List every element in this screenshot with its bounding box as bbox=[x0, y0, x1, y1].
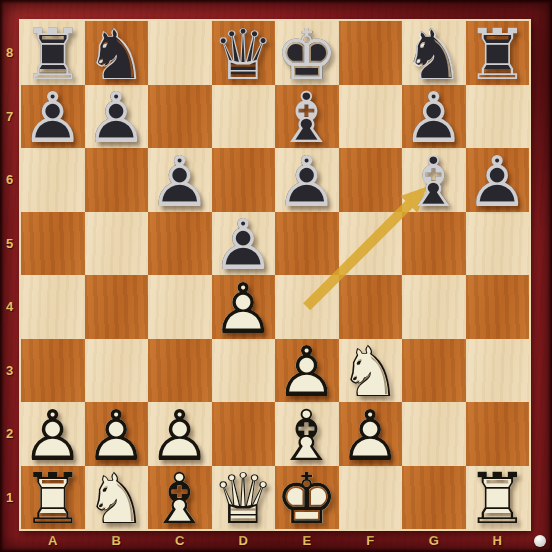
piece-glyph-fill: ♜ bbox=[21, 468, 85, 532]
rank-label-6: 6 bbox=[0, 148, 19, 212]
piece-black-king-e8[interactable]: ♚♔ bbox=[275, 21, 339, 85]
piece-glyph-fill: ♟ bbox=[275, 341, 339, 405]
piece-glyph-detail: ♙ bbox=[212, 277, 276, 341]
piece-glyph-fill: ♞ bbox=[402, 23, 466, 87]
piece-glyph-detail: ♖ bbox=[466, 23, 530, 87]
piece-glyph-detail: ♗ bbox=[402, 150, 466, 214]
square-c3[interactable] bbox=[148, 339, 212, 403]
piece-glyph-detail: ♕ bbox=[212, 468, 276, 532]
piece-black-pawn-a7[interactable]: ♟♙ bbox=[21, 85, 85, 149]
piece-glyph-fill: ♟ bbox=[275, 150, 339, 214]
piece-glyph-detail: ♙ bbox=[275, 150, 339, 214]
piece-glyph-detail: ♙ bbox=[148, 404, 212, 468]
rank-label-4: 4 bbox=[0, 275, 19, 339]
piece-glyph-fill: ♟ bbox=[85, 404, 149, 468]
square-e1[interactable]: ♚♔ bbox=[275, 466, 339, 530]
piece-glyph-detail: ♙ bbox=[339, 404, 403, 468]
square-c1[interactable]: ♝♗ bbox=[148, 466, 212, 530]
chess-diagram: 87654321 ABCDEFGH ♜♖♞♘♛♕♚♔♞♘♜♖♟♙♟♙♝♗♟♙♟♙… bbox=[0, 0, 552, 552]
rank-label-5: 5 bbox=[0, 212, 19, 276]
rank-label-3: 3 bbox=[0, 339, 19, 403]
square-c7[interactable] bbox=[148, 85, 212, 149]
piece-glyph-detail: ♗ bbox=[275, 404, 339, 468]
square-d4[interactable]: ♟♙ bbox=[212, 275, 276, 339]
piece-glyph-detail: ♙ bbox=[85, 404, 149, 468]
square-h7[interactable] bbox=[466, 85, 530, 149]
rank-label-8: 8 bbox=[0, 21, 19, 85]
file-label-a: A bbox=[21, 529, 85, 552]
square-g3[interactable] bbox=[402, 339, 466, 403]
piece-white-knight-f3[interactable]: ♞♘ bbox=[339, 339, 403, 403]
piece-glyph-detail: ♙ bbox=[21, 87, 85, 151]
square-b3[interactable] bbox=[85, 339, 149, 403]
square-b4[interactable] bbox=[85, 275, 149, 339]
square-c4[interactable] bbox=[148, 275, 212, 339]
square-g7[interactable]: ♟♙ bbox=[402, 85, 466, 149]
piece-white-king-e1[interactable]: ♚♔ bbox=[275, 466, 339, 530]
piece-glyph-detail: ♙ bbox=[275, 341, 339, 405]
square-e6[interactable]: ♟♙ bbox=[275, 148, 339, 212]
file-label-b: B bbox=[85, 529, 149, 552]
file-label-g: G bbox=[402, 529, 466, 552]
piece-glyph-detail: ♖ bbox=[21, 468, 85, 532]
square-e8[interactable]: ♚♔ bbox=[275, 21, 339, 85]
piece-white-pawn-f2[interactable]: ♟♙ bbox=[339, 402, 403, 466]
file-label-f: F bbox=[339, 529, 403, 552]
piece-glyph-fill: ♚ bbox=[275, 23, 339, 87]
square-a5[interactable] bbox=[21, 212, 85, 276]
piece-glyph-detail: ♙ bbox=[148, 150, 212, 214]
piece-glyph-detail: ♙ bbox=[21, 404, 85, 468]
file-label-c: C bbox=[148, 529, 212, 552]
file-label-h: H bbox=[466, 529, 530, 552]
piece-glyph-fill: ♟ bbox=[21, 87, 85, 151]
piece-glyph-fill: ♟ bbox=[212, 277, 276, 341]
square-f5[interactable] bbox=[339, 212, 403, 276]
square-e3[interactable]: ♟♙ bbox=[275, 339, 339, 403]
file-labels: ABCDEFGH bbox=[21, 529, 529, 552]
rank-labels: 87654321 bbox=[0, 21, 19, 529]
piece-white-queen-d1[interactable]: ♛♕ bbox=[212, 466, 276, 530]
square-a6[interactable] bbox=[21, 148, 85, 212]
square-b1[interactable]: ♞♘ bbox=[85, 466, 149, 530]
piece-glyph-fill: ♜ bbox=[466, 468, 530, 532]
piece-white-bishop-c1[interactable]: ♝♗ bbox=[148, 466, 212, 530]
square-a4[interactable] bbox=[21, 275, 85, 339]
square-g5[interactable] bbox=[402, 212, 466, 276]
square-f7[interactable] bbox=[339, 85, 403, 149]
piece-black-pawn-e6[interactable]: ♟♙ bbox=[275, 148, 339, 212]
piece-glyph-detail: ♙ bbox=[402, 87, 466, 151]
piece-glyph-fill: ♛ bbox=[212, 23, 276, 87]
square-f2[interactable]: ♟♙ bbox=[339, 402, 403, 466]
piece-white-pawn-e3[interactable]: ♟♙ bbox=[275, 339, 339, 403]
piece-glyph-fill: ♟ bbox=[85, 87, 149, 151]
square-d3[interactable] bbox=[212, 339, 276, 403]
square-g8[interactable]: ♞♘ bbox=[402, 21, 466, 85]
board-resize-handle[interactable] bbox=[534, 535, 546, 547]
piece-white-knight-b1[interactable]: ♞♘ bbox=[85, 466, 149, 530]
square-d1[interactable]: ♛♕ bbox=[212, 466, 276, 530]
square-e5[interactable] bbox=[275, 212, 339, 276]
piece-black-knight-b8[interactable]: ♞♘ bbox=[85, 21, 149, 85]
piece-glyph-fill: ♟ bbox=[148, 150, 212, 214]
chess-board[interactable]: ♜♖♞♘♛♕♚♔♞♘♜♖♟♙♟♙♝♗♟♙♟♙♟♙♝♗♟♙♟♙♟♙♟♙♞♘♟♙♟♙… bbox=[19, 19, 531, 531]
square-e2[interactable]: ♝♗ bbox=[275, 402, 339, 466]
piece-glyph-fill: ♟ bbox=[212, 214, 276, 278]
square-h3[interactable] bbox=[466, 339, 530, 403]
square-g6[interactable]: ♝♗ bbox=[402, 148, 466, 212]
piece-black-pawn-g7[interactable]: ♟♙ bbox=[402, 85, 466, 149]
square-g1[interactable] bbox=[402, 466, 466, 530]
square-d8[interactable]: ♛♕ bbox=[212, 21, 276, 85]
piece-glyph-fill: ♚ bbox=[275, 468, 339, 532]
piece-glyph-fill: ♝ bbox=[148, 468, 212, 532]
square-a3[interactable] bbox=[21, 339, 85, 403]
piece-glyph-fill: ♟ bbox=[339, 404, 403, 468]
piece-white-rook-a1[interactable]: ♜♖ bbox=[21, 466, 85, 530]
rank-label-2: 2 bbox=[0, 402, 19, 466]
square-a1[interactable]: ♜♖ bbox=[21, 466, 85, 530]
piece-glyph-fill: ♝ bbox=[275, 87, 339, 151]
square-d2[interactable] bbox=[212, 402, 276, 466]
piece-glyph-detail: ♖ bbox=[466, 468, 530, 532]
square-f4[interactable] bbox=[339, 275, 403, 339]
piece-glyph-detail: ♙ bbox=[85, 87, 149, 151]
square-a2[interactable]: ♟♙ bbox=[21, 402, 85, 466]
square-e7[interactable]: ♝♗ bbox=[275, 85, 339, 149]
piece-white-pawn-c2[interactable]: ♟♙ bbox=[148, 402, 212, 466]
piece-black-queen-d8[interactable]: ♛♕ bbox=[212, 21, 276, 85]
square-h6[interactable]: ♟♙ bbox=[466, 148, 530, 212]
square-e4[interactable] bbox=[275, 275, 339, 339]
square-d7[interactable] bbox=[212, 85, 276, 149]
square-h4[interactable] bbox=[466, 275, 530, 339]
piece-black-pawn-b7[interactable]: ♟♙ bbox=[85, 85, 149, 149]
piece-glyph-fill: ♝ bbox=[275, 404, 339, 468]
piece-glyph-detail: ♖ bbox=[21, 23, 85, 87]
square-a7[interactable]: ♟♙ bbox=[21, 85, 85, 149]
square-f1[interactable] bbox=[339, 466, 403, 530]
piece-white-pawn-a2[interactable]: ♟♙ bbox=[21, 402, 85, 466]
piece-glyph-detail: ♔ bbox=[275, 468, 339, 532]
square-c8[interactable] bbox=[148, 21, 212, 85]
square-g4[interactable] bbox=[402, 275, 466, 339]
piece-white-bishop-e2[interactable]: ♝♗ bbox=[275, 402, 339, 466]
piece-white-rook-h1[interactable]: ♜♖ bbox=[466, 466, 530, 530]
piece-glyph-fill: ♛ bbox=[212, 468, 276, 532]
piece-black-pawn-c6[interactable]: ♟♙ bbox=[148, 148, 212, 212]
piece-white-pawn-d4[interactable]: ♟♙ bbox=[212, 275, 276, 339]
piece-glyph-detail: ♘ bbox=[402, 23, 466, 87]
square-c2[interactable]: ♟♙ bbox=[148, 402, 212, 466]
piece-glyph-fill: ♞ bbox=[339, 341, 403, 405]
square-a8[interactable]: ♜♖ bbox=[21, 21, 85, 85]
square-f3[interactable]: ♞♘ bbox=[339, 339, 403, 403]
piece-black-rook-a8[interactable]: ♜♖ bbox=[21, 21, 85, 85]
piece-glyph-detail: ♗ bbox=[275, 87, 339, 151]
square-b6[interactable] bbox=[85, 148, 149, 212]
square-h8[interactable]: ♜♖ bbox=[466, 21, 530, 85]
piece-black-bishop-e7[interactable]: ♝♗ bbox=[275, 85, 339, 149]
piece-white-pawn-b2[interactable]: ♟♙ bbox=[85, 402, 149, 466]
piece-glyph-fill: ♞ bbox=[85, 468, 149, 532]
square-h1[interactable]: ♜♖ bbox=[466, 466, 530, 530]
piece-glyph-fill: ♟ bbox=[21, 404, 85, 468]
square-b5[interactable] bbox=[85, 212, 149, 276]
square-g2[interactable] bbox=[402, 402, 466, 466]
square-b8[interactable]: ♞♘ bbox=[85, 21, 149, 85]
square-d6[interactable] bbox=[212, 148, 276, 212]
piece-glyph-fill: ♟ bbox=[402, 87, 466, 151]
square-h2[interactable] bbox=[466, 402, 530, 466]
piece-glyph-fill: ♝ bbox=[402, 150, 466, 214]
square-c5[interactable] bbox=[148, 212, 212, 276]
piece-glyph-detail: ♔ bbox=[275, 23, 339, 87]
piece-black-pawn-h6[interactable]: ♟♙ bbox=[466, 148, 530, 212]
piece-black-pawn-d5[interactable]: ♟♙ bbox=[212, 212, 276, 276]
square-c6[interactable]: ♟♙ bbox=[148, 148, 212, 212]
square-d5[interactable]: ♟♙ bbox=[212, 212, 276, 276]
piece-black-rook-h8[interactable]: ♜♖ bbox=[466, 21, 530, 85]
piece-glyph-detail: ♕ bbox=[212, 23, 276, 87]
file-label-e: E bbox=[275, 529, 339, 552]
piece-glyph-detail: ♙ bbox=[212, 214, 276, 278]
piece-glyph-fill: ♞ bbox=[85, 23, 149, 87]
piece-glyph-fill: ♜ bbox=[21, 23, 85, 87]
piece-glyph-detail: ♘ bbox=[85, 468, 149, 532]
piece-glyph-fill: ♟ bbox=[466, 150, 530, 214]
rank-label-1: 1 bbox=[0, 466, 19, 530]
rank-label-7: 7 bbox=[0, 85, 19, 149]
square-f6[interactable] bbox=[339, 148, 403, 212]
piece-glyph-fill: ♟ bbox=[148, 404, 212, 468]
square-f8[interactable] bbox=[339, 21, 403, 85]
piece-glyph-detail: ♙ bbox=[466, 150, 530, 214]
piece-glyph-detail: ♗ bbox=[148, 468, 212, 532]
file-label-d: D bbox=[212, 529, 276, 552]
square-b2[interactable]: ♟♙ bbox=[85, 402, 149, 466]
piece-black-bishop-g6[interactable]: ♝♗ bbox=[402, 148, 466, 212]
piece-black-knight-g8[interactable]: ♞♘ bbox=[402, 21, 466, 85]
square-b7[interactable]: ♟♙ bbox=[85, 85, 149, 149]
square-h5[interactable] bbox=[466, 212, 530, 276]
piece-glyph-detail: ♘ bbox=[85, 23, 149, 87]
piece-glyph-fill: ♜ bbox=[466, 23, 530, 87]
piece-glyph-detail: ♘ bbox=[339, 341, 403, 405]
